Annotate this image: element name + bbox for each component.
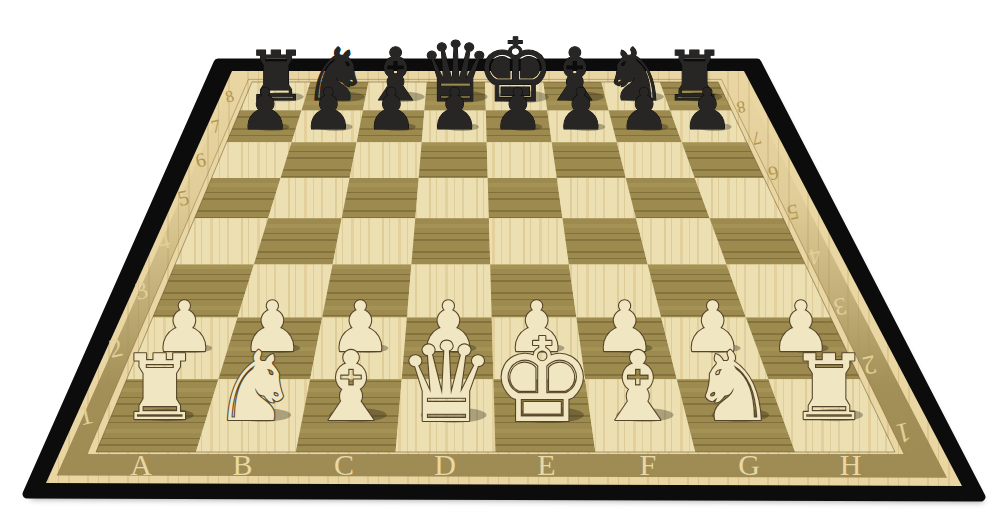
square-e5[interactable] [488, 178, 563, 218]
square-b6[interactable] [281, 142, 357, 178]
piece-black-pawn-c7[interactable]: ♟ [366, 76, 417, 142]
square-e6[interactable] [487, 142, 557, 178]
file-label-bottom-f: F [639, 448, 656, 481]
square-d5[interactable] [415, 178, 489, 218]
piece-black-pawn-f7[interactable]: ♟ [555, 76, 606, 142]
square-f6[interactable] [552, 142, 626, 178]
file-label-bottom-b: B [233, 448, 253, 481]
square-c6[interactable] [350, 142, 422, 178]
piece-black-pawn-d7[interactable]: ♟ [429, 76, 480, 142]
piece-white-rook-a1[interactable]: ♜ [119, 335, 200, 440]
square-c4[interactable] [333, 218, 416, 264]
chess-board-photo: 1122334455667788AABBCCDDEEFFGGHH♜♞♝♛♚♝♞♜… [0, 0, 1000, 511]
piece-white-rook-h1[interactable]: ♜ [789, 335, 870, 440]
piece-black-pawn-b7[interactable]: ♟ [303, 76, 354, 142]
square-e4[interactable] [489, 218, 569, 264]
file-label-bottom-c: C [334, 448, 354, 481]
square-f5[interactable] [557, 178, 636, 218]
square-c5[interactable] [342, 178, 419, 218]
piece-white-queen-d1[interactable]: ♛ [397, 319, 496, 447]
piece-white-bishop-f1[interactable]: ♝ [595, 331, 681, 443]
file-label-bottom-e: E [537, 448, 555, 481]
piece-white-knight-g1[interactable]: ♞ [690, 331, 776, 443]
square-b4[interactable] [254, 218, 342, 264]
piece-black-pawn-g7[interactable]: ♟ [619, 76, 670, 142]
piece-black-pawn-a7[interactable]: ♟ [239, 76, 290, 142]
file-label-bottom-d: D [434, 448, 456, 481]
piece-black-pawn-e7[interactable]: ♟ [492, 76, 543, 142]
chess-board: 1122334455667788AABBCCDDEEFFGGHH♜♞♝♛♚♝♞♜… [0, 0, 1000, 511]
piece-white-king-e1[interactable]: ♚ [490, 313, 594, 448]
file-label-bottom-h: H [840, 448, 862, 481]
square-g6[interactable] [617, 142, 695, 178]
square-d6[interactable] [419, 142, 488, 178]
square-d4[interactable] [411, 218, 490, 264]
file-label-bottom-a: A [130, 448, 152, 481]
piece-black-pawn-h7[interactable]: ♟ [682, 76, 733, 142]
piece-white-knight-b1[interactable]: ♞ [212, 331, 298, 443]
file-label-bottom-g: G [738, 448, 760, 481]
square-f4[interactable] [563, 218, 648, 264]
square-b5[interactable] [268, 178, 350, 218]
piece-white-bishop-c1[interactable]: ♝ [308, 331, 394, 443]
